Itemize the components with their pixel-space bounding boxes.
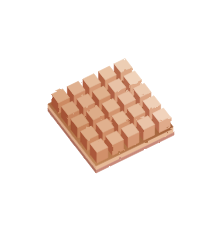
photo-background bbox=[0, 0, 220, 230]
product-photo-canvas bbox=[0, 0, 220, 230]
heatsink bbox=[48, 59, 174, 174]
